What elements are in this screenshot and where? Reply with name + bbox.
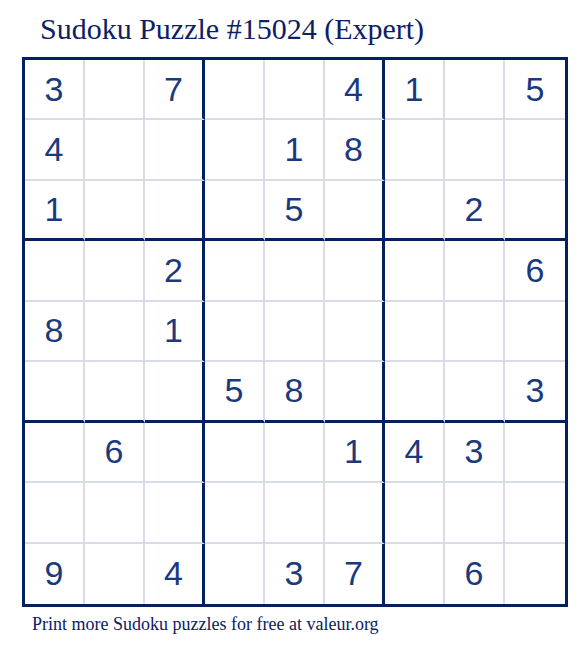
cell-r9c2[interactable]	[85, 544, 145, 604]
cell-r2c4[interactable]	[205, 120, 265, 180]
cell-r8c5[interactable]	[265, 483, 325, 543]
cell-r8c9[interactable]	[505, 483, 565, 543]
cell-r2c9[interactable]	[505, 120, 565, 180]
cell-r4c1[interactable]	[25, 241, 85, 301]
cell-r2c7[interactable]	[385, 120, 445, 180]
cell-r6c5[interactable]: 8	[265, 362, 325, 422]
cell-r1c6[interactable]: 4	[325, 60, 385, 120]
cell-r3c4[interactable]	[205, 181, 265, 241]
cell-r7c7[interactable]: 4	[385, 423, 445, 483]
cell-r7c5[interactable]	[265, 423, 325, 483]
sudoku-print-page: Sudoku Puzzle #15024 (Expert) 3741541815…	[0, 0, 580, 651]
cell-r6c8[interactable]	[445, 362, 505, 422]
cell-r5c4[interactable]	[205, 302, 265, 362]
cell-r5c2[interactable]	[85, 302, 145, 362]
cell-r1c3[interactable]: 7	[145, 60, 205, 120]
cell-r1c9[interactable]: 5	[505, 60, 565, 120]
cell-r6c9[interactable]: 3	[505, 362, 565, 422]
cell-r6c1[interactable]	[25, 362, 85, 422]
cell-r2c3[interactable]	[145, 120, 205, 180]
cell-r5c1[interactable]: 8	[25, 302, 85, 362]
cell-r1c1[interactable]: 3	[25, 60, 85, 120]
cell-r3c8[interactable]: 2	[445, 181, 505, 241]
cell-r3c9[interactable]	[505, 181, 565, 241]
cell-r2c1[interactable]: 4	[25, 120, 85, 180]
cell-r7c2[interactable]: 6	[85, 423, 145, 483]
cell-r4c6[interactable]	[325, 241, 385, 301]
cell-r2c6[interactable]: 8	[325, 120, 385, 180]
cell-r5c3[interactable]: 1	[145, 302, 205, 362]
page-title: Sudoku Puzzle #15024 (Expert)	[40, 12, 424, 46]
footer-note: Print more Sudoku puzzles for free at va…	[32, 614, 379, 635]
cell-r6c3[interactable]	[145, 362, 205, 422]
cell-r1c5[interactable]	[265, 60, 325, 120]
cell-r9c9[interactable]	[505, 544, 565, 604]
cell-r9c1[interactable]: 9	[25, 544, 85, 604]
cell-r7c6[interactable]: 1	[325, 423, 385, 483]
cell-r7c8[interactable]: 3	[445, 423, 505, 483]
cell-r1c8[interactable]	[445, 60, 505, 120]
cell-r5c7[interactable]	[385, 302, 445, 362]
cell-r7c4[interactable]	[205, 423, 265, 483]
cell-r9c6[interactable]: 7	[325, 544, 385, 604]
cell-r9c8[interactable]: 6	[445, 544, 505, 604]
cell-r3c5[interactable]: 5	[265, 181, 325, 241]
cell-r5c6[interactable]	[325, 302, 385, 362]
cell-r8c2[interactable]	[85, 483, 145, 543]
cell-r3c1[interactable]: 1	[25, 181, 85, 241]
cell-r5c8[interactable]	[445, 302, 505, 362]
cell-r7c1[interactable]	[25, 423, 85, 483]
cell-r3c6[interactable]	[325, 181, 385, 241]
cell-r5c9[interactable]	[505, 302, 565, 362]
cell-r7c3[interactable]	[145, 423, 205, 483]
cell-r6c6[interactable]	[325, 362, 385, 422]
cell-r4c2[interactable]	[85, 241, 145, 301]
cell-r1c4[interactable]	[205, 60, 265, 120]
cell-r4c9[interactable]: 6	[505, 241, 565, 301]
cell-r4c5[interactable]	[265, 241, 325, 301]
cell-r7c9[interactable]	[505, 423, 565, 483]
cell-r8c1[interactable]	[25, 483, 85, 543]
cell-r4c8[interactable]	[445, 241, 505, 301]
cell-r1c2[interactable]	[85, 60, 145, 120]
cell-r8c6[interactable]	[325, 483, 385, 543]
sudoku-board: 374154181522681583614394376	[22, 57, 568, 607]
cell-r6c4[interactable]: 5	[205, 362, 265, 422]
cell-r9c4[interactable]	[205, 544, 265, 604]
cell-r4c4[interactable]	[205, 241, 265, 301]
cell-r8c4[interactable]	[205, 483, 265, 543]
cell-r8c7[interactable]	[385, 483, 445, 543]
cell-r4c7[interactable]	[385, 241, 445, 301]
cell-r2c5[interactable]: 1	[265, 120, 325, 180]
cell-r8c8[interactable]	[445, 483, 505, 543]
cell-r3c2[interactable]	[85, 181, 145, 241]
cell-r5c5[interactable]	[265, 302, 325, 362]
cell-r9c7[interactable]	[385, 544, 445, 604]
cell-r4c3[interactable]: 2	[145, 241, 205, 301]
cell-r2c8[interactable]	[445, 120, 505, 180]
cell-r3c3[interactable]	[145, 181, 205, 241]
cell-r6c7[interactable]	[385, 362, 445, 422]
cell-r9c3[interactable]: 4	[145, 544, 205, 604]
cell-r6c2[interactable]	[85, 362, 145, 422]
cell-r2c2[interactable]	[85, 120, 145, 180]
cell-r1c7[interactable]: 1	[385, 60, 445, 120]
cell-r9c5[interactable]: 3	[265, 544, 325, 604]
cell-r8c3[interactable]	[145, 483, 205, 543]
cell-r3c7[interactable]	[385, 181, 445, 241]
